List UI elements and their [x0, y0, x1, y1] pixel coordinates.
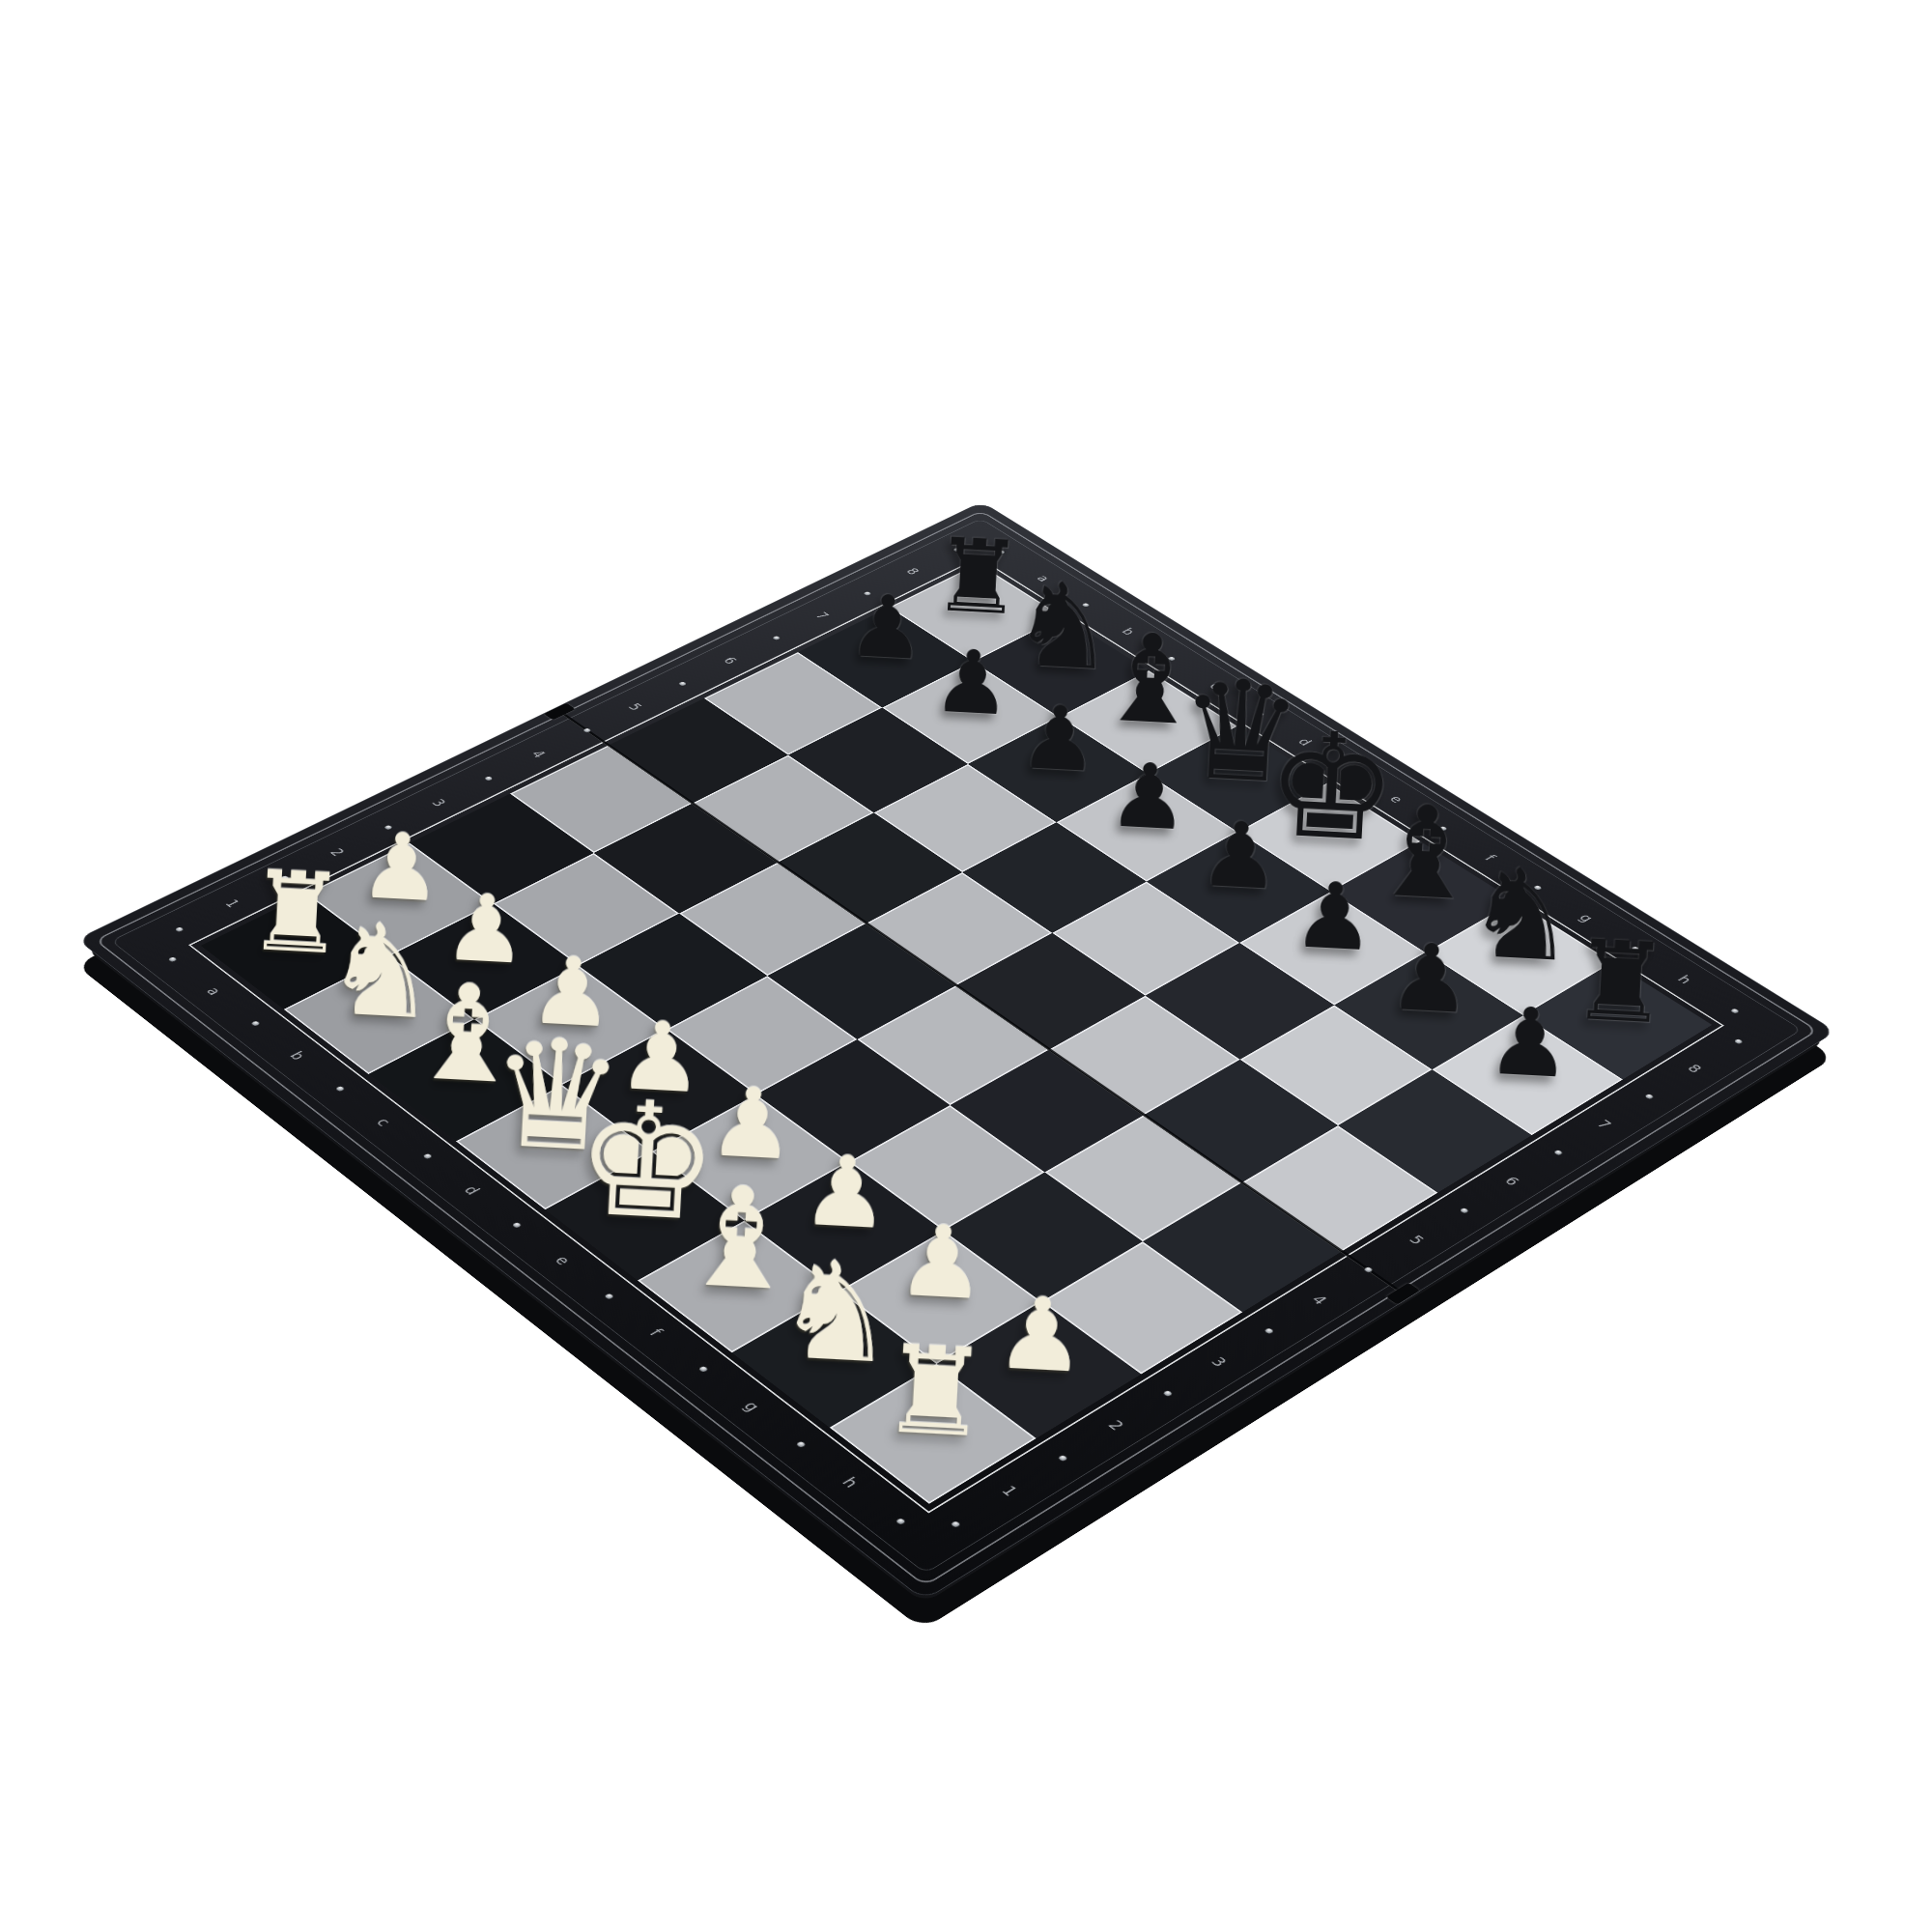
board-scene: aa88bb77cc66dd55ee44ff33gg22hh11 ♜♞♝♛♚♝♞… [301, 330, 1611, 1640]
piece-white-rook-h1[interactable]: ♜ [837, 1326, 1034, 1458]
piece-black-pawn-h7[interactable]: ♟ [1439, 991, 1620, 1094]
chess-set-photo: aa88bb77cc66dd55ee44ff33gg22hh11 ♜♞♝♛♚♝♞… [0, 0, 1932, 1932]
pieces-layer: ♜♞♝♛♚♝♞♜♟♟♟♟♟♟♟♟♟♟♟♟♟♟♟♟♜♞♝♛♚♝♞♜ [76, 501, 1836, 1601]
board-3d: aa88bb77cc66dd55ee44ff33gg22hh11 ♜♞♝♛♚♝♞… [76, 501, 1836, 1601]
